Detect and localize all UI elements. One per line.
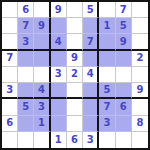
cell-r9c5[interactable]: 6: [67, 132, 83, 148]
cell-r5c9[interactable]: [132, 67, 148, 83]
cell-r7c9[interactable]: [132, 99, 148, 115]
cell-r1c5[interactable]: [67, 2, 83, 18]
cell-r8c7[interactable]: 3: [99, 116, 115, 132]
cell-r3c8[interactable]: 9: [116, 34, 132, 50]
cell-r7c7[interactable]: 7: [99, 99, 115, 115]
cell-r8c2[interactable]: [18, 116, 34, 132]
cell-r4c9[interactable]: 2: [132, 51, 148, 67]
cell-r6c9[interactable]: 9: [132, 83, 148, 99]
cell-r4c6[interactable]: [83, 51, 99, 67]
cell-r1c2[interactable]: 6: [18, 2, 34, 18]
cell-r3c7[interactable]: [99, 34, 115, 50]
cell-r3c6[interactable]: 7: [83, 34, 99, 50]
cell-r2c1[interactable]: [2, 18, 18, 34]
cell-r5c7[interactable]: [99, 67, 115, 83]
cell-r5c5[interactable]: 2: [67, 67, 83, 83]
cell-r8c5[interactable]: [67, 116, 83, 132]
cell-r9c6[interactable]: 3: [83, 132, 99, 148]
cell-r4c5[interactable]: 9: [67, 51, 83, 67]
cell-r4c1[interactable]: 7: [2, 51, 18, 67]
cell-r1c4[interactable]: 9: [51, 2, 67, 18]
cell-r5c1[interactable]: [2, 67, 18, 83]
cell-r5c3[interactable]: [34, 67, 50, 83]
cell-r4c4[interactable]: [51, 51, 67, 67]
cell-r1c8[interactable]: 7: [116, 2, 132, 18]
cell-r9c8[interactable]: [116, 132, 132, 148]
cell-r2c4[interactable]: [51, 18, 67, 34]
cell-r6c2[interactable]: [18, 83, 34, 99]
cell-r1c3[interactable]: [34, 2, 50, 18]
cell-r3c9[interactable]: [132, 34, 148, 50]
sudoku-board: 695779153479792324345953766138163: [0, 0, 150, 150]
cell-r7c8[interactable]: 6: [116, 99, 132, 115]
cell-r2c5[interactable]: [67, 18, 83, 34]
cell-r8c8[interactable]: [116, 116, 132, 132]
cell-r2c8[interactable]: 5: [116, 18, 132, 34]
cell-r7c4[interactable]: [51, 99, 67, 115]
cell-r2c9[interactable]: [132, 18, 148, 34]
cell-r6c5[interactable]: [67, 83, 83, 99]
cell-r3c3[interactable]: [34, 34, 50, 50]
cell-r6c7[interactable]: 5: [99, 83, 115, 99]
cell-r3c2[interactable]: 3: [18, 34, 34, 50]
cell-r7c1[interactable]: [2, 99, 18, 115]
cell-r1c9[interactable]: [132, 2, 148, 18]
cell-r8c1[interactable]: 6: [2, 116, 18, 132]
cell-r4c8[interactable]: [116, 51, 132, 67]
cell-r1c1[interactable]: [2, 2, 18, 18]
cell-r9c3[interactable]: [34, 132, 50, 148]
cell-r2c3[interactable]: 9: [34, 18, 50, 34]
cell-r9c9[interactable]: [132, 132, 148, 148]
cell-r8c4[interactable]: [51, 116, 67, 132]
cell-r6c4[interactable]: [51, 83, 67, 99]
cell-r7c5[interactable]: [67, 99, 83, 115]
cell-r6c8[interactable]: [116, 83, 132, 99]
cell-r7c3[interactable]: 3: [34, 99, 50, 115]
cell-r6c3[interactable]: 4: [34, 83, 50, 99]
cell-r6c1[interactable]: 3: [2, 83, 18, 99]
cell-r2c6[interactable]: [83, 18, 99, 34]
cell-r7c2[interactable]: 5: [18, 99, 34, 115]
cell-r9c7[interactable]: [99, 132, 115, 148]
cell-r4c7[interactable]: [99, 51, 115, 67]
cell-r1c6[interactable]: 5: [83, 2, 99, 18]
cell-r4c2[interactable]: [18, 51, 34, 67]
cell-r2c7[interactable]: 1: [99, 18, 115, 34]
cell-r5c4[interactable]: 3: [51, 67, 67, 83]
cell-r3c1[interactable]: [2, 34, 18, 50]
cell-r7c6[interactable]: [83, 99, 99, 115]
cell-r9c2[interactable]: [18, 132, 34, 148]
cell-r5c6[interactable]: 4: [83, 67, 99, 83]
cell-r2c2[interactable]: 7: [18, 18, 34, 34]
cell-r9c1[interactable]: [2, 132, 18, 148]
cell-r8c3[interactable]: 1: [34, 116, 50, 132]
cell-r9c4[interactable]: 1: [51, 132, 67, 148]
cell-r4c3[interactable]: [34, 51, 50, 67]
cell-r1c7[interactable]: [99, 2, 115, 18]
cell-r3c4[interactable]: 4: [51, 34, 67, 50]
cell-r6c6[interactable]: [83, 83, 99, 99]
cell-r5c2[interactable]: [18, 67, 34, 83]
cell-r8c6[interactable]: [83, 116, 99, 132]
cell-r3c5[interactable]: [67, 34, 83, 50]
cell-r5c8[interactable]: [116, 67, 132, 83]
cell-r8c9[interactable]: 8: [132, 116, 148, 132]
